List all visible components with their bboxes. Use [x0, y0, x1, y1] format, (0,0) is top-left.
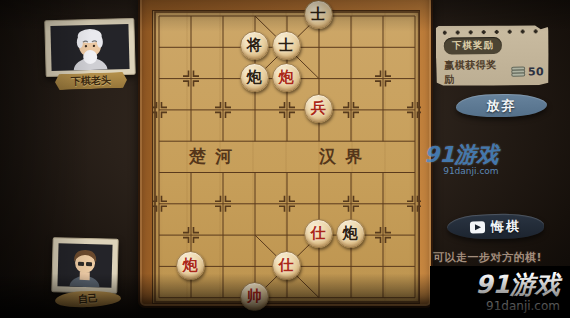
logo-bar: 91游戏 91danji.com	[430, 266, 570, 318]
young-man-icon	[57, 243, 112, 287]
opponent-name-banner: 下棋老头	[55, 72, 128, 91]
old-man-icon	[50, 24, 129, 71]
piece-red-炮[interactable]: 炮	[272, 63, 301, 92]
reward-note: 下棋奖励 赢棋获得奖励 50	[436, 24, 550, 87]
reward-amount: 50	[528, 65, 544, 78]
watermark-logo: 91游戏	[424, 144, 499, 166]
game-scene: 楚河 汉界 士将士炮炮兵仕炮炮仕帅 下棋老头	[0, 0, 570, 318]
opponent-portrait	[50, 24, 129, 71]
piece-red-兵[interactable]: 兵	[304, 94, 333, 123]
self-portrait	[57, 243, 112, 287]
piece-black-士[interactable]: 士	[304, 0, 333, 29]
piece-red-帅[interactable]: 帅	[240, 282, 269, 311]
self-avatar-card	[51, 237, 118, 294]
piece-black-将[interactable]: 将	[240, 31, 269, 60]
undo-move-button[interactable]: 悔棋	[447, 213, 544, 240]
piece-black-炮[interactable]: 炮	[240, 63, 269, 92]
give-up-button[interactable]: 放弃	[456, 93, 547, 118]
river-label-han: 汉界	[319, 145, 371, 168]
logo-bar-logo: 91游戏	[475, 272, 560, 297]
piece-red-仕[interactable]: 仕	[272, 251, 301, 280]
watermark-91games: 91游戏 91danji.com	[424, 144, 499, 176]
money-stack-icon	[511, 66, 526, 77]
river-label-chu: 楚河	[189, 145, 241, 168]
piece-black-士[interactable]: 士	[272, 31, 301, 60]
reward-title-badge: 下棋奖励	[444, 37, 502, 55]
hint-text: 可以走一步对方的棋!	[433, 250, 563, 265]
watermark-domain: 91danji.com	[424, 167, 499, 176]
logo-bar-domain: 91danji.com	[486, 299, 560, 313]
binder-holes-icon	[443, 29, 542, 34]
piece-red-炮[interactable]: 炮	[176, 251, 205, 280]
opponent-avatar-card	[44, 18, 135, 77]
piece-black-炮[interactable]: 炮	[336, 219, 365, 248]
reward-description: 赢棋获得奖励	[444, 58, 507, 87]
replay-video-icon	[470, 221, 485, 233]
piece-red-仕[interactable]: 仕	[304, 219, 333, 248]
